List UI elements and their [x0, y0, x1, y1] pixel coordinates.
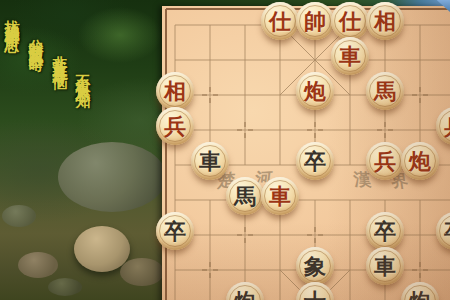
game-screen: 拢袖观棋有所思， 分明楚汉两举时。 非常欢喜非常恼， 不看棋人总不知。 楚 河 …: [0, 0, 450, 300]
pebble: [120, 258, 164, 286]
pebble: [18, 252, 58, 278]
piece-glyph: 兵: [374, 150, 396, 172]
boulder: [58, 142, 166, 212]
xiangqi-board[interactable]: 楚 河 漢 界 仕帥仕相車相炮馬兵兵車卒兵炮馬車卒卒卒象車炮士炮: [162, 6, 450, 300]
piece-black-象-f5r8[interactable]: 象: [296, 247, 334, 285]
piece-glyph: 馬: [234, 185, 256, 207]
piece-glyph: 炮: [409, 150, 431, 172]
piece-glyph: 炮: [409, 290, 431, 300]
piece-glyph: 車: [199, 150, 221, 172]
piece-glyph: 卒: [304, 150, 326, 172]
piece-glyph: 兵: [444, 115, 450, 137]
poem-line-2: 分明楚汉两举时。: [26, 27, 45, 66]
pebble: [48, 278, 82, 296]
piece-red-馬-f7r3[interactable]: 馬: [366, 72, 404, 110]
piece-black-車-f7r8[interactable]: 車: [366, 247, 404, 285]
piece-glyph: 帥: [304, 10, 326, 32]
piece-glyph: 士: [304, 290, 326, 300]
piece-red-炮-f5r3[interactable]: 炮: [296, 72, 334, 110]
piece-black-卒-f5r5[interactable]: 卒: [296, 142, 334, 180]
piece-glyph: 炮: [304, 80, 326, 102]
pebble: [2, 205, 36, 227]
piece-glyph: 象: [304, 255, 326, 277]
piece-glyph: 仕: [339, 10, 361, 32]
piece-glyph: 炮: [234, 290, 256, 300]
piece-glyph: 相: [374, 10, 396, 32]
piece-glyph: 仕: [269, 10, 291, 32]
piece-red-相-f1r3[interactable]: 相: [156, 72, 194, 110]
piece-red-仕-f4r1[interactable]: 仕: [261, 2, 299, 40]
piece-red-車-f6r2[interactable]: 車: [331, 37, 369, 75]
piece-black-卒-f1r7[interactable]: 卒: [156, 212, 194, 250]
piece-red-兵-f1r4[interactable]: 兵: [156, 107, 194, 145]
poem-line-1: 拢袖观棋有所思，: [2, 8, 21, 47]
piece-black-馬-f3r6[interactable]: 馬: [226, 177, 264, 215]
piece-glyph: 車: [339, 45, 361, 67]
piece-glyph: 兵: [164, 115, 186, 137]
piece-glyph: 車: [374, 255, 396, 277]
piece-red-兵-f7r5[interactable]: 兵: [366, 142, 404, 180]
piece-glyph: 卒: [444, 220, 450, 242]
piece-red-仕-f6r1[interactable]: 仕: [331, 2, 369, 40]
piece-red-相-f7r1[interactable]: 相: [366, 2, 404, 40]
piece-red-車-f4r6[interactable]: 車: [261, 177, 299, 215]
piece-black-卒-f7r7[interactable]: 卒: [366, 212, 404, 250]
piece-red-帥-f5r1[interactable]: 帥: [296, 2, 334, 40]
poem-line-4: 不看棋人总不知。: [73, 63, 92, 102]
piece-red-炮-f8r5[interactable]: 炮: [401, 142, 439, 180]
forest-stream-photo: [0, 0, 166, 300]
piece-glyph: 卒: [374, 220, 396, 242]
poem-line-3: 非常欢喜非常恼，: [50, 44, 69, 83]
piece-glyph: 車: [269, 185, 291, 207]
piece-glyph: 卒: [164, 220, 186, 242]
piece-black-車-f2r5[interactable]: 車: [191, 142, 229, 180]
piece-glyph: 相: [164, 80, 186, 102]
piece-glyph: 馬: [374, 80, 396, 102]
